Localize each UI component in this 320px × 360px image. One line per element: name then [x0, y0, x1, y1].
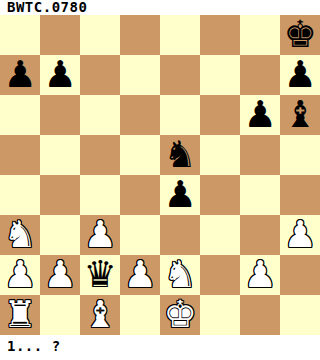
square-g3[interactable]: [240, 215, 280, 255]
square-c5[interactable]: [80, 135, 120, 175]
square-d3[interactable]: [120, 215, 160, 255]
puzzle-id: BWTC.0780: [0, 0, 320, 15]
move-prompt: 1... ?: [0, 335, 320, 360]
square-a2[interactable]: ♟: [0, 255, 40, 295]
chess-puzzle-page: BWTC.0780 ♚♟♟♟♟♝♞♟♞♟♟♟♟♛♟♞♟♜♝♚ 1... ?: [0, 0, 320, 360]
square-c2[interactable]: ♛: [80, 255, 120, 295]
square-h5[interactable]: [280, 135, 320, 175]
square-e2[interactable]: ♞: [160, 255, 200, 295]
square-a5[interactable]: [0, 135, 40, 175]
black-pawn-icon: ♟: [3, 55, 36, 95]
square-c6[interactable]: [80, 95, 120, 135]
square-e5[interactable]: ♞: [160, 135, 200, 175]
square-b8[interactable]: [40, 15, 80, 55]
square-h4[interactable]: [280, 175, 320, 215]
square-h6[interactable]: ♝: [280, 95, 320, 135]
square-h2[interactable]: [280, 255, 320, 295]
square-b5[interactable]: [40, 135, 80, 175]
black-knight-icon: ♞: [163, 135, 196, 175]
square-f6[interactable]: [200, 95, 240, 135]
square-d4[interactable]: [120, 175, 160, 215]
square-e7[interactable]: [160, 55, 200, 95]
square-a6[interactable]: [0, 95, 40, 135]
square-f1[interactable]: [200, 295, 240, 335]
square-c3[interactable]: ♟: [80, 215, 120, 255]
square-d1[interactable]: [120, 295, 160, 335]
square-h3[interactable]: ♟: [280, 215, 320, 255]
black-king-icon: ♚: [283, 15, 316, 55]
square-f4[interactable]: [200, 175, 240, 215]
square-h1[interactable]: [280, 295, 320, 335]
square-g6[interactable]: ♟: [240, 95, 280, 135]
white-bishop-icon: ♝: [83, 295, 116, 335]
white-pawn-icon: ♟: [83, 215, 116, 255]
white-knight-icon: ♞: [163, 255, 196, 295]
square-e8[interactable]: [160, 15, 200, 55]
square-d5[interactable]: [120, 135, 160, 175]
square-c7[interactable]: [80, 55, 120, 95]
square-c4[interactable]: [80, 175, 120, 215]
square-f7[interactable]: [200, 55, 240, 95]
square-h7[interactable]: ♟: [280, 55, 320, 95]
black-queen-icon: ♛: [83, 255, 116, 295]
square-b3[interactable]: [40, 215, 80, 255]
square-e1[interactable]: ♚: [160, 295, 200, 335]
square-d2[interactable]: ♟: [120, 255, 160, 295]
white-knight-icon: ♞: [3, 215, 36, 255]
square-g5[interactable]: [240, 135, 280, 175]
square-a4[interactable]: [0, 175, 40, 215]
square-b7[interactable]: ♟: [40, 55, 80, 95]
square-c8[interactable]: [80, 15, 120, 55]
square-f3[interactable]: [200, 215, 240, 255]
square-a8[interactable]: [0, 15, 40, 55]
square-d7[interactable]: [120, 55, 160, 95]
black-bishop-icon: ♝: [283, 95, 316, 135]
square-e3[interactable]: [160, 215, 200, 255]
square-g2[interactable]: ♟: [240, 255, 280, 295]
square-a3[interactable]: ♞: [0, 215, 40, 255]
square-f5[interactable]: [200, 135, 240, 175]
black-pawn-icon: ♟: [283, 55, 316, 95]
square-b1[interactable]: [40, 295, 80, 335]
black-pawn-icon: ♟: [243, 95, 276, 135]
square-e6[interactable]: [160, 95, 200, 135]
white-pawn-icon: ♟: [123, 255, 156, 295]
square-b2[interactable]: ♟: [40, 255, 80, 295]
square-f8[interactable]: [200, 15, 240, 55]
square-h8[interactable]: ♚: [280, 15, 320, 55]
square-g4[interactable]: [240, 175, 280, 215]
square-e4[interactable]: ♟: [160, 175, 200, 215]
square-g8[interactable]: [240, 15, 280, 55]
square-a1[interactable]: ♜: [0, 295, 40, 335]
white-rook-icon: ♜: [3, 295, 36, 335]
black-pawn-icon: ♟: [163, 175, 196, 215]
square-g1[interactable]: [240, 295, 280, 335]
square-d6[interactable]: [120, 95, 160, 135]
chess-board: ♚♟♟♟♟♝♞♟♞♟♟♟♟♛♟♞♟♜♝♚: [0, 15, 320, 335]
square-b4[interactable]: [40, 175, 80, 215]
white-pawn-icon: ♟: [43, 255, 76, 295]
square-b6[interactable]: [40, 95, 80, 135]
square-d8[interactable]: [120, 15, 160, 55]
black-pawn-icon: ♟: [43, 55, 76, 95]
white-king-icon: ♚: [163, 295, 196, 335]
white-pawn-icon: ♟: [3, 255, 36, 295]
square-g7[interactable]: [240, 55, 280, 95]
white-pawn-icon: ♟: [283, 215, 316, 255]
white-pawn-icon: ♟: [243, 255, 276, 295]
square-f2[interactable]: [200, 255, 240, 295]
square-c1[interactable]: ♝: [80, 295, 120, 335]
square-a7[interactable]: ♟: [0, 55, 40, 95]
